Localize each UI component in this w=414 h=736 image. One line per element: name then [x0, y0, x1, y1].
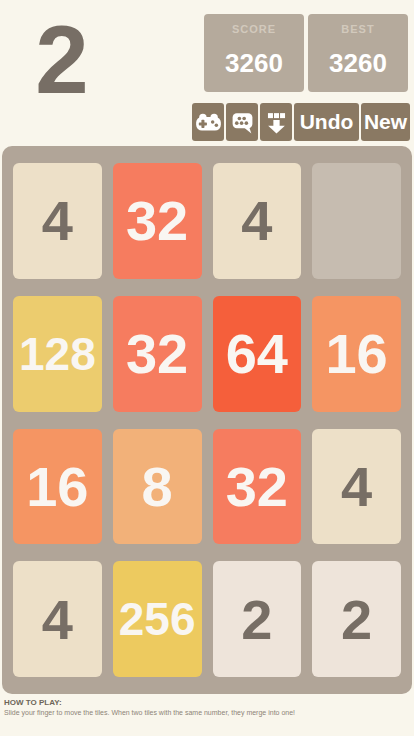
review-bubble-icon — [230, 110, 255, 135]
game-board[interactable]: 4324128326416168324425622 — [2, 146, 412, 694]
app-screen: 2 SCORE 3260 BEST 3260 — [0, 0, 414, 736]
how-to-play-body: Slide your finger to move the tiles. Whe… — [4, 708, 295, 718]
new-game-button[interactable]: New — [361, 103, 410, 141]
more-apps-button[interactable] — [260, 103, 292, 141]
rate-button[interactable] — [226, 103, 258, 141]
tile-256: 256 — [113, 561, 202, 677]
tile-64: 64 — [213, 296, 302, 412]
best-box: BEST 3260 — [308, 14, 408, 92]
tile-4: 4 — [13, 163, 102, 279]
page-title: 2 — [14, 10, 110, 110]
scoreboard: SCORE 3260 BEST 3260 — [204, 14, 408, 92]
tile-2: 2 — [213, 561, 302, 677]
tile-4: 4 — [213, 163, 302, 279]
tile-2: 2 — [312, 561, 401, 677]
gamepad-icon — [195, 109, 222, 136]
score-box: SCORE 3260 — [204, 14, 304, 92]
tile-8: 8 — [113, 429, 202, 545]
tile-16: 16 — [312, 296, 401, 412]
tile-32: 32 — [113, 296, 202, 412]
download-icon — [264, 110, 289, 135]
undo-button[interactable]: Undo — [294, 103, 359, 141]
tile-32: 32 — [113, 163, 202, 279]
tile-4: 4 — [13, 561, 102, 677]
toolbar: Undo New — [192, 103, 410, 141]
tile-16: 16 — [13, 429, 102, 545]
games-button[interactable] — [192, 103, 224, 141]
tile-32: 32 — [213, 429, 302, 545]
how-to-play: HOW TO PLAY: Slide your finger to move t… — [4, 698, 295, 718]
best-label: BEST — [341, 23, 374, 35]
score-label: SCORE — [232, 23, 276, 35]
score-value: 3260 — [225, 48, 283, 79]
empty-cell — [312, 163, 401, 279]
how-to-play-heading: HOW TO PLAY: — [4, 698, 295, 708]
tile-128: 128 — [13, 296, 102, 412]
best-value: 3260 — [329, 48, 387, 79]
tile-4: 4 — [312, 429, 401, 545]
